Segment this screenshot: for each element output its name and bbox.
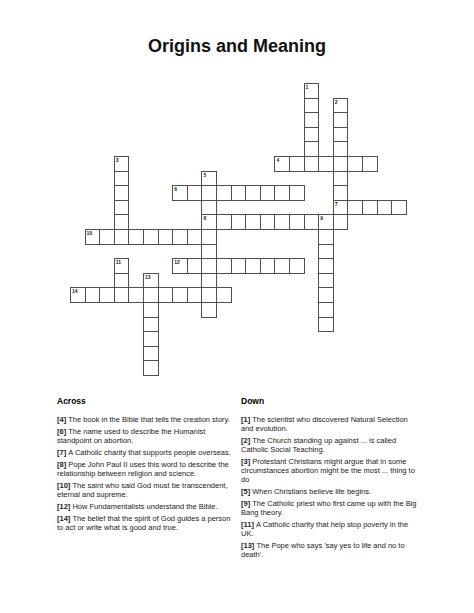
across-clue-10: [10] The saint who said God must be tran… [57,481,232,499]
clue-number-label: [6] [57,427,68,436]
grid-cell-r9-c16[interactable] [304,214,320,230]
down-clue-1: [1] The scientist who discovered Natural… [241,415,419,433]
down-clue-2: [2] The Church standing up against ... i… [241,436,419,454]
grid-cell-r7-c11[interactable] [231,185,247,201]
clue-number-label: [7] [57,448,68,457]
cell-number-10: 10 [87,231,93,236]
grid-cell-r12-c14[interactable] [274,258,290,274]
grid-cell-r9-c3[interactable] [114,214,130,230]
grid-cell-r8-c20[interactable] [362,200,378,216]
grid-cell-r9-c10[interactable] [216,214,232,230]
grid-cell-r7-c15[interactable] [289,185,305,201]
clue-number-label: [14] [57,514,72,523]
grid-cell-r6-c3[interactable] [114,171,130,187]
grid-cell-r7-c8[interactable] [187,185,203,201]
down-clue-13: [13] The Pope who says 'say yes to life … [241,541,419,559]
grid-cell-r9-c14[interactable] [274,214,290,230]
across-clue-8: [8] Pope John Paul II uses this word to … [57,460,232,478]
down-header: Down [241,396,419,406]
grid-cell-r10-c4[interactable] [128,229,144,245]
grid-cell-r4-c18[interactable] [333,141,349,157]
grid-cell-r12-c11[interactable] [231,258,247,274]
grid-cell-r8-c9[interactable] [201,200,217,216]
grid-cell-r2-c18[interactable] [333,112,349,128]
clue-number-label: [12] [57,502,72,511]
clue-number-label: [4] [57,415,68,424]
grid-cell-r14-c4[interactable] [128,287,144,303]
grid-cell-r5-c20[interactable] [362,156,378,172]
grid-cell-r10-c9[interactable] [201,229,217,245]
grid-cell-r9-c12[interactable] [245,214,261,230]
grid-cell-r12-c15[interactable] [289,258,305,274]
across-clue-7: [7] A Catholic charity that supports peo… [57,448,232,457]
grid-cell-r8-c19[interactable] [347,200,363,216]
grid-cell-r7-c18[interactable] [333,185,349,201]
grid-cell-r10-c6[interactable] [158,229,174,245]
grid-cell-r5-c16[interactable] [304,156,320,172]
grid-cell-r17-c5[interactable] [143,331,159,347]
grid-cell-r2-c16[interactable] [304,112,320,128]
grid-cell-r8-c22[interactable] [391,200,407,216]
cell-number-13: 13 [145,275,151,280]
cell-number-8: 8 [203,216,206,221]
across-header: Across [57,396,232,406]
grid-cell-r15-c9[interactable] [201,302,217,318]
grid-cell-r14-c10[interactable] [216,287,232,303]
grid-cell-r8-c21[interactable] [377,200,393,216]
down-clues-list: [1] The scientist who discovered Natural… [241,415,419,559]
cell-number-3: 3 [116,158,119,163]
grid-cell-r12-c8[interactable] [187,258,203,274]
grid-cell-r10-c5[interactable] [143,229,159,245]
clue-number-label: [2] [241,436,252,445]
cell-number-1: 1 [306,85,309,90]
crossword-worksheet: Origins and Meaning 1234567891011121314 … [0,0,474,613]
down-clues-section: Down [1] The scientist who discovered Na… [241,396,419,562]
grid-cell-r13-c9[interactable] [201,273,217,289]
crossword-grid: 1234567891011121314 [70,83,407,376]
grid-cell-r13-c17[interactable] [318,273,334,289]
down-clue-11: [11] A Catholic charity that help stop p… [241,520,419,538]
grid-cell-r12-c17[interactable] [318,258,334,274]
grid-cell-r5-c15[interactable] [289,156,305,172]
grid-cell-r5-c17[interactable] [318,156,334,172]
down-clue-5: [5] When Christians believe life begins. [241,487,419,496]
cell-number-6: 6 [174,187,177,192]
grid-cell-r10-c3[interactable] [114,229,130,245]
grid-cell-r16-c5[interactable] [143,317,159,333]
clue-number-label: [1] [241,415,252,424]
grid-cell-r11-c17[interactable] [318,244,334,260]
grid-cell-r13-c3[interactable] [114,273,130,289]
grid-cell-r14-c8[interactable] [187,287,203,303]
grid-cell-r5-c18[interactable] [333,156,349,172]
across-clue-12: [12] How Fundamentalists understand the … [57,502,232,511]
grid-cell-r9-c18[interactable] [333,214,349,230]
grid-cell-r9-c13[interactable] [260,214,276,230]
grid-cell-r7-c3[interactable] [114,185,130,201]
grid-cell-r12-c12[interactable] [245,258,261,274]
grid-cell-r14-c2[interactable] [99,287,115,303]
grid-cell-r7-c12[interactable] [245,185,261,201]
grid-cell-r1-c16[interactable] [304,98,320,114]
grid-cell-r11-c9[interactable] [201,244,217,260]
across-clues-list: [4] The book in the Bible that tells the… [57,415,232,532]
grid-cell-r14-c9[interactable] [201,287,217,303]
clue-number-label: [9] [241,499,252,508]
cell-number-14: 14 [72,289,78,294]
grid-cell-r14-c17[interactable] [318,287,334,303]
grid-cell-r19-c5[interactable] [143,360,159,376]
grid-cell-r9-c11[interactable] [231,214,247,230]
clue-number-label: [5] [241,487,252,496]
grid-cell-r14-c6[interactable] [158,287,174,303]
grid-cell-r9-c15[interactable] [289,214,305,230]
grid-cell-r14-c5[interactable] [143,287,159,303]
cell-number-2: 2 [335,100,338,105]
grid-cell-r15-c17[interactable] [318,302,334,318]
grid-cell-r7-c13[interactable] [260,185,276,201]
grid-cell-r14-c1[interactable] [85,287,101,303]
grid-cell-r6-c18[interactable] [333,171,349,187]
grid-cell-r7-c14[interactable] [274,185,290,201]
across-clues-section: Across [4] The book in the Bible that te… [57,396,232,535]
grid-cell-r12-c9[interactable] [201,258,217,274]
grid-cell-r18-c5[interactable] [143,346,159,362]
cell-number-7: 7 [335,202,338,207]
grid-cell-r14-c7[interactable] [172,287,188,303]
grid-cell-r10-c17[interactable] [318,229,334,245]
clue-number-label: [10] [57,481,72,490]
grid-cell-r8-c3[interactable] [114,200,130,216]
grid-cell-r15-c5[interactable] [143,302,159,318]
grid-cell-r14-c3[interactable] [114,287,130,303]
cell-number-12: 12 [174,260,180,265]
clue-number-label: [11] [241,520,256,529]
clue-number-label: [3] [241,457,252,466]
grid-cell-r3-c16[interactable] [304,127,320,143]
cell-number-4: 4 [276,158,279,163]
grid-cell-r5-c19[interactable] [347,156,363,172]
clue-number-label: [13] [241,541,256,550]
cell-number-9: 9 [320,216,323,221]
down-clue-3: [3] Protestant Christians might argue th… [241,457,419,484]
grid-cell-r3-c18[interactable] [333,127,349,143]
across-clue-4: [4] The book in the Bible that tells the… [57,415,232,424]
down-clue-9: [9] The Catholic priest who first came u… [241,499,419,517]
grid-cell-r10-c2[interactable] [99,229,115,245]
grid-cell-r16-c17[interactable] [318,317,334,333]
grid-cell-r10-c7[interactable] [172,229,188,245]
grid-cell-r12-c10[interactable] [216,258,232,274]
across-clue-14: [14] The belief that the spirit of God g… [57,514,232,532]
grid-cell-r12-c13[interactable] [260,258,276,274]
puzzle-title: Origins and Meaning [0,36,474,57]
cell-number-11: 11 [116,260,121,265]
cell-number-5: 5 [203,173,206,178]
grid-cell-r7-c10[interactable] [216,185,232,201]
clue-number-label: [8] [57,460,68,469]
across-clue-6: [6] The name used to describe the Humani… [57,427,232,445]
grid-cell-r4-c16[interactable] [304,141,320,157]
grid-cell-r10-c8[interactable] [187,229,203,245]
grid-cell-r7-c9[interactable] [201,185,217,201]
